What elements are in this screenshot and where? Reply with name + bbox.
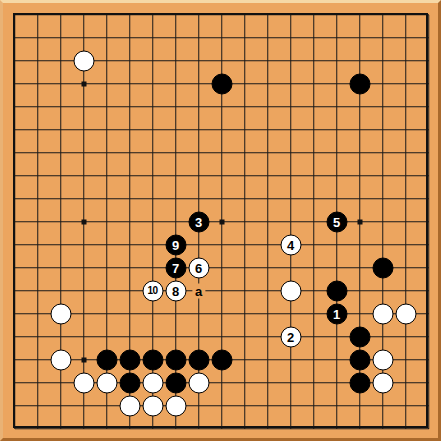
intersection[interactable]	[417, 302, 440, 325]
intersection[interactable]	[348, 118, 371, 141]
intersection[interactable]	[302, 417, 325, 440]
intersection[interactable]	[371, 3, 394, 26]
intersection[interactable]	[233, 256, 256, 279]
intersection[interactable]	[187, 348, 210, 371]
intersection[interactable]	[371, 325, 394, 348]
intersection[interactable]	[371, 233, 394, 256]
intersection[interactable]	[417, 141, 440, 164]
intersection[interactable]	[49, 164, 72, 187]
intersection[interactable]	[164, 49, 187, 72]
intersection[interactable]	[348, 210, 371, 233]
intersection[interactable]	[371, 72, 394, 95]
intersection[interactable]	[233, 141, 256, 164]
intersection[interactable]	[3, 141, 26, 164]
intersection[interactable]	[279, 49, 302, 72]
intersection[interactable]	[210, 210, 233, 233]
intersection[interactable]	[233, 279, 256, 302]
intersection[interactable]	[187, 394, 210, 417]
intersection[interactable]	[187, 3, 210, 26]
intersection[interactable]	[210, 256, 233, 279]
intersection[interactable]	[3, 72, 26, 95]
intersection[interactable]	[279, 394, 302, 417]
intersection[interactable]	[141, 302, 164, 325]
intersection[interactable]	[417, 164, 440, 187]
intersection[interactable]	[279, 164, 302, 187]
intersection[interactable]	[26, 348, 49, 371]
intersection[interactable]	[279, 3, 302, 26]
intersection[interactable]	[49, 279, 72, 302]
intersection[interactable]	[417, 256, 440, 279]
intersection[interactable]	[371, 210, 394, 233]
intersection[interactable]	[118, 417, 141, 440]
intersection[interactable]	[256, 371, 279, 394]
intersection[interactable]	[3, 256, 26, 279]
intersection[interactable]	[187, 26, 210, 49]
intersection[interactable]	[3, 371, 26, 394]
intersection[interactable]	[279, 72, 302, 95]
intersection[interactable]	[118, 302, 141, 325]
intersection[interactable]	[95, 118, 118, 141]
intersection[interactable]	[95, 325, 118, 348]
intersection[interactable]	[256, 72, 279, 95]
intersection[interactable]	[394, 394, 417, 417]
intersection[interactable]	[26, 394, 49, 417]
intersection[interactable]	[417, 325, 440, 348]
intersection[interactable]	[348, 348, 371, 371]
intersection[interactable]	[325, 256, 348, 279]
intersection[interactable]	[256, 233, 279, 256]
intersection[interactable]	[233, 302, 256, 325]
intersection[interactable]	[233, 72, 256, 95]
intersection[interactable]	[72, 49, 95, 72]
intersection[interactable]	[3, 325, 26, 348]
intersection[interactable]	[348, 187, 371, 210]
intersection[interactable]	[141, 417, 164, 440]
intersection[interactable]	[210, 118, 233, 141]
intersection[interactable]	[325, 72, 348, 95]
intersection[interactable]	[394, 302, 417, 325]
intersection[interactable]: 2	[279, 325, 302, 348]
intersection[interactable]	[417, 371, 440, 394]
intersection[interactable]	[3, 302, 26, 325]
intersection[interactable]	[348, 26, 371, 49]
intersection[interactable]	[210, 417, 233, 440]
intersection[interactable]	[26, 26, 49, 49]
intersection[interactable]	[49, 3, 72, 26]
intersection[interactable]	[210, 233, 233, 256]
intersection[interactable]	[95, 371, 118, 394]
intersection[interactable]	[95, 348, 118, 371]
intersection[interactable]	[187, 371, 210, 394]
intersection[interactable]	[72, 72, 95, 95]
intersection[interactable]	[210, 49, 233, 72]
intersection[interactable]	[302, 348, 325, 371]
intersection[interactable]	[348, 3, 371, 26]
intersection[interactable]	[141, 72, 164, 95]
intersection[interactable]	[371, 394, 394, 417]
intersection[interactable]	[95, 72, 118, 95]
intersection[interactable]	[302, 49, 325, 72]
intersection[interactable]	[233, 187, 256, 210]
intersection[interactable]	[348, 256, 371, 279]
intersection[interactable]	[325, 118, 348, 141]
intersection[interactable]	[49, 348, 72, 371]
intersection[interactable]	[233, 325, 256, 348]
intersection[interactable]	[325, 394, 348, 417]
intersection[interactable]	[233, 417, 256, 440]
intersection[interactable]	[187, 118, 210, 141]
intersection[interactable]	[348, 72, 371, 95]
intersection[interactable]	[49, 72, 72, 95]
intersection[interactable]	[348, 394, 371, 417]
intersection[interactable]	[49, 210, 72, 233]
intersection[interactable]	[256, 118, 279, 141]
intersection[interactable]	[26, 95, 49, 118]
intersection[interactable]	[394, 95, 417, 118]
intersection[interactable]	[26, 118, 49, 141]
intersection[interactable]	[210, 371, 233, 394]
intersection[interactable]	[394, 256, 417, 279]
intersection[interactable]	[348, 279, 371, 302]
intersection[interactable]	[325, 95, 348, 118]
intersection[interactable]	[210, 302, 233, 325]
intersection[interactable]	[141, 164, 164, 187]
intersection[interactable]	[95, 256, 118, 279]
intersection[interactable]	[233, 118, 256, 141]
intersection[interactable]	[279, 302, 302, 325]
intersection[interactable]	[3, 417, 26, 440]
intersection[interactable]	[394, 49, 417, 72]
intersection[interactable]	[325, 233, 348, 256]
intersection[interactable]	[164, 72, 187, 95]
intersection[interactable]	[210, 164, 233, 187]
intersection[interactable]	[118, 3, 141, 26]
intersection[interactable]: 4	[279, 233, 302, 256]
intersection[interactable]	[72, 187, 95, 210]
intersection[interactable]	[3, 348, 26, 371]
intersection[interactable]	[256, 417, 279, 440]
intersection[interactable]	[164, 325, 187, 348]
intersection[interactable]	[118, 49, 141, 72]
intersection[interactable]	[141, 325, 164, 348]
intersection[interactable]	[49, 118, 72, 141]
intersection[interactable]	[371, 26, 394, 49]
intersection[interactable]	[279, 210, 302, 233]
intersection[interactable]	[141, 118, 164, 141]
intersection[interactable]: 7	[164, 256, 187, 279]
intersection[interactable]	[72, 233, 95, 256]
intersection[interactable]	[118, 325, 141, 348]
intersection[interactable]	[348, 95, 371, 118]
intersection[interactable]	[26, 279, 49, 302]
intersection[interactable]	[394, 3, 417, 26]
intersection[interactable]	[256, 325, 279, 348]
intersection[interactable]	[164, 348, 187, 371]
intersection[interactable]	[302, 141, 325, 164]
intersection[interactable]	[417, 394, 440, 417]
intersection[interactable]	[26, 49, 49, 72]
intersection[interactable]	[371, 417, 394, 440]
intersection[interactable]	[394, 118, 417, 141]
intersection[interactable]	[279, 187, 302, 210]
intersection[interactable]	[187, 417, 210, 440]
intersection[interactable]	[417, 348, 440, 371]
intersection[interactable]	[49, 256, 72, 279]
intersection[interactable]	[325, 371, 348, 394]
intersection[interactable]	[233, 210, 256, 233]
intersection[interactable]	[348, 302, 371, 325]
intersection[interactable]	[26, 325, 49, 348]
intersection[interactable]	[3, 95, 26, 118]
intersection[interactable]	[210, 187, 233, 210]
intersection[interactable]	[164, 210, 187, 233]
intersection[interactable]	[279, 371, 302, 394]
intersection[interactable]	[233, 3, 256, 26]
intersection[interactable]	[141, 95, 164, 118]
intersection[interactable]	[72, 118, 95, 141]
intersection[interactable]	[118, 187, 141, 210]
intersection[interactable]	[3, 187, 26, 210]
intersection[interactable]	[394, 141, 417, 164]
intersection[interactable]	[95, 233, 118, 256]
intersection[interactable]	[394, 417, 417, 440]
intersection[interactable]	[187, 141, 210, 164]
intersection[interactable]	[256, 394, 279, 417]
intersection[interactable]	[256, 95, 279, 118]
intersection[interactable]	[141, 233, 164, 256]
intersection[interactable]	[325, 325, 348, 348]
intersection[interactable]	[325, 279, 348, 302]
intersection[interactable]	[325, 141, 348, 164]
intersection[interactable]	[371, 256, 394, 279]
intersection[interactable]	[141, 49, 164, 72]
intersection[interactable]	[164, 394, 187, 417]
intersection[interactable]	[302, 279, 325, 302]
intersection[interactable]	[49, 325, 72, 348]
intersection[interactable]	[302, 95, 325, 118]
intersection[interactable]	[371, 302, 394, 325]
intersection[interactable]	[72, 417, 95, 440]
intersection[interactable]	[49, 49, 72, 72]
intersection[interactable]	[394, 371, 417, 394]
intersection[interactable]	[417, 72, 440, 95]
intersection[interactable]	[72, 302, 95, 325]
intersection[interactable]	[233, 233, 256, 256]
intersection[interactable]: a	[187, 279, 210, 302]
intersection[interactable]	[118, 118, 141, 141]
intersection[interactable]	[164, 417, 187, 440]
intersection[interactable]	[256, 141, 279, 164]
intersection[interactable]	[49, 417, 72, 440]
intersection[interactable]	[302, 325, 325, 348]
intersection[interactable]	[26, 187, 49, 210]
intersection[interactable]	[279, 26, 302, 49]
intersection[interactable]	[210, 95, 233, 118]
intersection[interactable]	[141, 394, 164, 417]
intersection[interactable]	[279, 118, 302, 141]
intersection[interactable]	[26, 256, 49, 279]
intersection[interactable]	[348, 49, 371, 72]
intersection[interactable]	[26, 371, 49, 394]
intersection[interactable]	[118, 26, 141, 49]
intersection[interactable]	[118, 141, 141, 164]
intersection[interactable]	[141, 187, 164, 210]
intersection[interactable]	[256, 279, 279, 302]
intersection[interactable]	[210, 279, 233, 302]
intersection[interactable]	[3, 394, 26, 417]
intersection[interactable]	[233, 95, 256, 118]
intersection[interactable]	[279, 141, 302, 164]
intersection[interactable]: 6	[187, 256, 210, 279]
intersection[interactable]	[141, 371, 164, 394]
intersection[interactable]	[210, 3, 233, 26]
intersection[interactable]	[187, 325, 210, 348]
intersection[interactable]	[49, 302, 72, 325]
intersection[interactable]	[49, 141, 72, 164]
intersection[interactable]	[371, 118, 394, 141]
intersection[interactable]	[118, 233, 141, 256]
intersection[interactable]	[72, 26, 95, 49]
intersection[interactable]	[279, 417, 302, 440]
intersection[interactable]	[256, 256, 279, 279]
intersection[interactable]	[210, 141, 233, 164]
intersection[interactable]	[164, 164, 187, 187]
intersection[interactable]	[302, 394, 325, 417]
intersection[interactable]	[118, 72, 141, 95]
intersection[interactable]	[394, 348, 417, 371]
intersection[interactable]	[302, 118, 325, 141]
intersection[interactable]	[394, 72, 417, 95]
intersection[interactable]	[26, 141, 49, 164]
intersection[interactable]	[95, 49, 118, 72]
intersection[interactable]	[95, 210, 118, 233]
intersection[interactable]	[394, 187, 417, 210]
intersection[interactable]	[49, 371, 72, 394]
intersection[interactable]	[302, 26, 325, 49]
intersection[interactable]: 5	[325, 210, 348, 233]
intersection[interactable]	[141, 210, 164, 233]
intersection[interactable]	[72, 348, 95, 371]
intersection[interactable]	[118, 164, 141, 187]
intersection[interactable]	[417, 187, 440, 210]
intersection[interactable]	[325, 187, 348, 210]
intersection[interactable]	[325, 3, 348, 26]
intersection[interactable]	[371, 371, 394, 394]
intersection[interactable]	[95, 187, 118, 210]
intersection[interactable]	[141, 256, 164, 279]
intersection[interactable]	[3, 279, 26, 302]
intersection[interactable]	[325, 164, 348, 187]
intersection[interactable]: 1	[325, 302, 348, 325]
intersection[interactable]	[394, 26, 417, 49]
intersection[interactable]	[279, 95, 302, 118]
intersection[interactable]	[72, 210, 95, 233]
intersection[interactable]	[302, 3, 325, 26]
intersection[interactable]	[141, 3, 164, 26]
intersection[interactable]	[371, 187, 394, 210]
intersection[interactable]	[187, 95, 210, 118]
intersection[interactable]	[164, 302, 187, 325]
intersection[interactable]	[49, 187, 72, 210]
intersection[interactable]	[3, 49, 26, 72]
intersection[interactable]	[233, 49, 256, 72]
intersection[interactable]	[394, 210, 417, 233]
intersection[interactable]	[394, 279, 417, 302]
intersection[interactable]	[72, 279, 95, 302]
intersection[interactable]	[72, 3, 95, 26]
intersection[interactable]	[302, 210, 325, 233]
intersection[interactable]	[233, 394, 256, 417]
intersection[interactable]	[302, 164, 325, 187]
intersection[interactable]	[118, 371, 141, 394]
intersection[interactable]	[371, 348, 394, 371]
intersection[interactable]	[371, 141, 394, 164]
intersection[interactable]	[3, 26, 26, 49]
intersection[interactable]	[417, 118, 440, 141]
intersection[interactable]	[95, 141, 118, 164]
intersection[interactable]: 10	[141, 279, 164, 302]
intersection[interactable]	[72, 95, 95, 118]
intersection[interactable]	[141, 141, 164, 164]
intersection[interactable]	[302, 233, 325, 256]
intersection[interactable]	[187, 164, 210, 187]
intersection[interactable]	[417, 49, 440, 72]
intersection[interactable]	[26, 72, 49, 95]
intersection[interactable]	[118, 394, 141, 417]
intersection[interactable]	[95, 164, 118, 187]
intersection[interactable]	[95, 417, 118, 440]
intersection[interactable]	[233, 26, 256, 49]
intersection[interactable]	[256, 3, 279, 26]
intersection[interactable]	[371, 95, 394, 118]
intersection[interactable]	[141, 26, 164, 49]
intersection[interactable]	[233, 348, 256, 371]
intersection[interactable]	[256, 210, 279, 233]
intersection[interactable]	[72, 371, 95, 394]
intersection[interactable]	[210, 325, 233, 348]
intersection[interactable]	[302, 371, 325, 394]
intersection[interactable]	[302, 302, 325, 325]
intersection[interactable]	[26, 3, 49, 26]
intersection[interactable]	[256, 348, 279, 371]
intersection[interactable]	[118, 279, 141, 302]
intersection[interactable]	[302, 72, 325, 95]
intersection[interactable]	[325, 348, 348, 371]
intersection[interactable]	[279, 279, 302, 302]
intersection[interactable]	[118, 256, 141, 279]
intersection[interactable]	[164, 3, 187, 26]
intersection[interactable]	[417, 279, 440, 302]
intersection[interactable]	[164, 26, 187, 49]
intersection[interactable]	[394, 233, 417, 256]
intersection[interactable]	[187, 187, 210, 210]
intersection[interactable]	[348, 325, 371, 348]
intersection[interactable]	[394, 325, 417, 348]
intersection[interactable]	[279, 256, 302, 279]
intersection[interactable]	[256, 164, 279, 187]
intersection[interactable]	[95, 26, 118, 49]
intersection[interactable]	[3, 164, 26, 187]
intersection[interactable]	[26, 164, 49, 187]
intersection[interactable]	[417, 233, 440, 256]
intersection[interactable]	[210, 72, 233, 95]
intersection[interactable]	[118, 95, 141, 118]
intersection[interactable]	[26, 417, 49, 440]
intersection[interactable]	[233, 371, 256, 394]
intersection[interactable]	[394, 164, 417, 187]
intersection[interactable]	[325, 49, 348, 72]
intersection[interactable]	[210, 26, 233, 49]
